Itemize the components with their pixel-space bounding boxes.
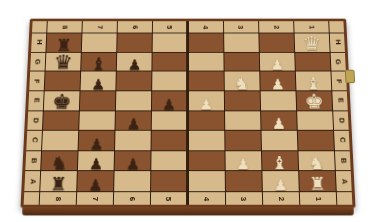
square-d5[interactable] [152,111,187,130]
square-b1[interactable]: ♞ [298,151,334,170]
label-top-2: 2 [259,21,294,32]
square-f5[interactable] [153,72,188,91]
label-right-a: A [336,171,352,191]
square-e8[interactable]: ♚ [44,91,80,110]
label-right-c: C [334,131,350,150]
square-c7[interactable]: ♟ [79,131,115,150]
square-b6[interactable]: ♟ [115,151,151,170]
square-f4[interactable] [188,72,223,91]
label-left-a: A [24,171,40,191]
label-left-h: H [31,33,46,51]
square-c4[interactable] [188,131,224,150]
board-front-edge [22,207,354,216]
black-bishop[interactable]: ♝ [81,56,116,73]
label-bottom-3: 3 [226,192,262,205]
square-d2[interactable]: ♟ [261,111,297,130]
label-top-8: 8 [47,21,82,32]
square-g4[interactable] [188,52,223,70]
label-right-b: B [335,151,351,170]
white-pawn[interactable]: ♟ [225,157,261,172]
square-b8[interactable]: ♞ [41,151,77,170]
frame-corner [32,21,47,32]
white-rook[interactable]: ♜ [299,175,336,193]
label-left-d: D [27,111,43,130]
black-pawn[interactable]: ♟ [116,117,152,132]
black-pawn[interactable]: ♟ [115,157,151,172]
white-pawn[interactable]: ♟ [260,58,295,72]
white-knight[interactable]: ♞ [298,154,334,172]
square-b7[interactable]: ♟ [78,151,114,170]
white-queen[interactable]: ♛ [294,34,329,53]
label-bottom-6: 6 [114,192,150,205]
label-top-5: 5 [153,21,187,32]
label-top-1: 1 [294,21,329,32]
square-a8[interactable]: ♜ [40,171,77,191]
black-king[interactable]: ♚ [44,92,80,112]
square-d8[interactable] [43,111,79,130]
square-g3[interactable] [224,52,259,70]
brass-clasp [345,70,355,83]
frame-corner [337,192,353,205]
label-left-b: B [25,151,41,170]
square-g8[interactable]: ♛ [46,52,81,70]
label-left-e: E [28,91,43,110]
square-b5[interactable] [152,151,188,170]
square-c3[interactable] [225,131,261,150]
label-right-g: G [331,52,346,70]
black-pawn[interactable]: ♟ [79,137,115,152]
square-c5[interactable] [152,131,188,150]
square-c1[interactable] [298,131,334,150]
square-c6[interactable] [115,131,151,150]
board-grid: 87654321H♜♛HG♛♝♟♟GF♟♞♟♝FE♚♟♟♚ED♟♟DC♟CB♞♟… [24,21,353,204]
square-a3[interactable] [225,171,261,191]
square-e7[interactable] [80,91,116,110]
black-pawn[interactable]: ♟ [152,97,185,112]
square-f7[interactable]: ♟ [81,72,116,91]
black-queen[interactable]: ♛ [45,53,80,73]
white-king[interactable]: ♚ [296,92,332,112]
square-e1[interactable]: ♚ [296,91,332,110]
square-h5[interactable] [153,33,188,51]
black-knight[interactable]: ♞ [41,154,77,172]
square-b2[interactable]: ♝ [262,151,298,170]
label-left-f: F [29,72,44,91]
chess-set-photo: 87654321H♜♛HG♛♝♟♟GF♟♞♟♝FE♚♟♟♚ED♟♟DC♟CB♞♟… [0,0,376,222]
square-g2[interactable]: ♟ [260,52,295,70]
label-left-g: G [30,52,45,70]
white-pawn[interactable]: ♟ [260,78,295,92]
square-h7[interactable] [82,33,117,51]
black-pawn[interactable]: ♟ [81,78,116,92]
frame-corner [329,21,344,32]
square-h6[interactable] [117,33,152,51]
square-h3[interactable] [224,33,259,51]
square-h4[interactable] [188,33,223,51]
label-bottom-4: 4 [188,192,224,205]
square-h2[interactable] [259,33,294,51]
square-g1[interactable] [295,52,330,70]
square-d7[interactable] [79,111,115,130]
square-f3[interactable]: ♞ [224,72,259,91]
square-f6[interactable] [117,72,152,91]
square-g6[interactable]: ♟ [117,52,152,70]
square-g5[interactable] [153,52,188,70]
black-pawn[interactable]: ♟ [117,58,152,72]
square-a1[interactable]: ♜ [299,171,336,191]
label-top-7: 7 [83,21,118,32]
label-left-c: C [26,131,42,150]
square-a4[interactable] [188,171,224,191]
square-h1[interactable]: ♛ [294,33,329,51]
square-h8[interactable]: ♜ [46,33,81,51]
white-bishop[interactable]: ♝ [262,154,298,172]
label-right-e: E [332,91,347,110]
black-pawn[interactable]: ♟ [78,157,114,172]
label-top-6: 6 [118,21,152,32]
square-a6[interactable] [114,171,150,191]
label-right-h: H [330,33,345,51]
black-rook[interactable]: ♜ [40,175,77,193]
square-f2[interactable]: ♟ [260,72,295,91]
label-right-d: D [333,111,349,130]
label-top-3: 3 [224,21,258,32]
black-pawn[interactable]: ♟ [77,178,113,193]
square-a2[interactable]: ♟ [262,171,299,191]
square-c2[interactable] [261,131,297,150]
square-g7[interactable]: ♝ [81,52,116,70]
square-b3[interactable]: ♟ [225,151,261,170]
white-pawn[interactable]: ♟ [261,117,297,132]
frame-corner [24,192,40,205]
square-d6[interactable]: ♟ [116,111,152,130]
square-b4[interactable] [188,151,224,170]
square-d4[interactable] [188,111,223,130]
square-a5[interactable] [151,171,187,191]
square-a7[interactable]: ♟ [77,171,114,191]
square-e4[interactable]: ♟ [188,91,223,110]
label-bottom-5: 5 [151,192,187,205]
white-pawn[interactable]: ♟ [262,178,298,193]
square-d1[interactable] [297,111,333,130]
white-knight[interactable]: ♞ [224,75,259,92]
chess-board: 87654321H♜♛HG♛♝♟♟GF♟♞♟♝FE♚♟♟♚ED♟♟DC♟CB♞♟… [20,19,356,214]
label-top-4: 4 [188,21,222,32]
white-pawn[interactable]: ♟ [188,97,223,112]
square-f1[interactable]: ♝ [296,72,332,91]
square-f8[interactable] [45,72,81,91]
square-d3[interactable] [225,111,261,130]
square-e6[interactable] [116,91,151,110]
square-e5[interactable]: ♟ [152,91,187,110]
square-e3[interactable] [224,91,259,110]
board-frame: 87654321H♜♛HG♛♝♟♟GF♟♞♟♝FE♚♟♟♚ED♟♟DC♟CB♞♟… [20,19,355,208]
square-e2[interactable] [260,91,296,110]
square-c8[interactable] [42,131,78,150]
